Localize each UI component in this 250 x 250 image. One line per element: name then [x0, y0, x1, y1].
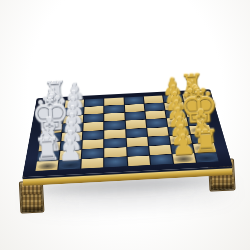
product-photo: ♜♟♟♜♞♟♟♞♝♟♟♝♛♟♟♛♚♟♟♚♝♟♟♝♞♟♟♞♜♟♟♜	[0, 0, 250, 250]
gold-rook-glyph: ♜	[191, 126, 220, 158]
pieces-layer: ♜♟♟♜♞♟♟♞♝♟♟♝♛♟♟♛♚♟♟♚♝♟♟♝♞♟♟♞♜♟♟♜	[22, 89, 232, 177]
silver-pawn-glyph: ♟	[57, 137, 83, 165]
piece-silver-rook: ♜	[35, 160, 59, 171]
camera-tilt: ♜♟♟♜♞♟♟♞♝♟♟♝♛♟♟♛♚♟♟♚♝♟♟♝♞♟♟♞♜♟♟♜	[0, 0, 250, 250]
scene: ♜♟♟♜♞♟♟♞♝♟♟♝♛♟♟♛♚♟♟♚♝♟♟♝♞♟♟♞♜♟♟♜	[0, 0, 250, 250]
piece-gold-rook: ♜	[194, 152, 219, 163]
chess-board: ♜♟♟♜♞♟♟♞♝♟♟♝♛♟♟♛♚♟♟♚♝♟♟♝♞♟♟♞♜♟♟♜	[22, 89, 232, 177]
piece-silver-pawn: ♟	[58, 159, 81, 170]
